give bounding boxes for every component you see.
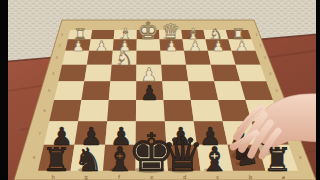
rank-label-left-4: 4	[52, 71, 55, 76]
piece-white-pawn-c2: ♟	[189, 38, 202, 54]
square-h4	[58, 65, 87, 81]
square-b5	[214, 81, 245, 100]
piece-white-knight-f3: ♞	[116, 47, 133, 70]
square-g4	[84, 65, 111, 81]
square-h6	[49, 100, 81, 121]
rank-label-right-8: 8	[299, 155, 302, 160]
rank-label-left-6: 6	[43, 108, 46, 113]
rank-label-left-3: 3	[55, 55, 58, 60]
piece-white-king-e1: ♚	[137, 17, 158, 45]
letterbox-left	[0, 0, 8, 180]
piece-black-rook-h8: ♜	[42, 141, 71, 179]
piece-black-bishop-f8: ♝	[105, 140, 135, 179]
rank-label-left-7: 7	[38, 131, 41, 136]
square-d4	[161, 65, 188, 81]
piece-white-pawn-b2: ♟	[212, 38, 225, 54]
piece-black-king-e8: ♚	[128, 122, 175, 180]
video-frame: hgfedcba1122334455667788♜♞♝♛♚♝♜♟♟♟♟♟♟♟♞♟…	[0, 0, 320, 180]
rank-label-right-1: 1	[255, 32, 258, 37]
square-f5	[109, 81, 137, 100]
square-c4	[186, 65, 214, 81]
piece-white-pawn-h2: ♟	[72, 38, 85, 54]
letterbox-right	[316, 0, 320, 180]
square-c6	[191, 100, 223, 121]
rank-label-left-2: 2	[58, 43, 61, 48]
rank-label-left-1: 1	[61, 32, 64, 37]
piece-white-pawn-d2: ♟	[165, 38, 178, 54]
rank-label-left-8: 8	[33, 155, 36, 160]
rank-label-left-5: 5	[48, 88, 51, 93]
square-d6	[164, 100, 194, 121]
chess-photo-scene: hgfedcba1122334455667788♜♞♝♛♚♝♜♟♟♟♟♟♟♟♞♟…	[0, 0, 320, 180]
piece-black-knight-g8: ♞	[74, 141, 103, 179]
piece-white-pawn-g2: ♟	[95, 38, 108, 54]
file-label-b: b	[249, 174, 253, 180]
square-b4	[211, 65, 240, 81]
square-g6	[78, 100, 109, 121]
rank-label-right-4: 4	[269, 71, 272, 76]
rank-label-right-2: 2	[259, 43, 262, 48]
piece-white-pawn-a2: ♟	[235, 38, 248, 54]
square-c5	[188, 81, 218, 100]
rank-label-right-5: 5	[275, 88, 278, 93]
square-d5	[162, 81, 191, 100]
rank-label-right-3: 3	[264, 55, 267, 60]
square-f6	[107, 100, 136, 121]
square-h5	[54, 81, 84, 100]
square-e3	[136, 51, 161, 65]
piece-black-pawn-e5: ♟	[140, 81, 158, 105]
square-g5	[81, 81, 110, 100]
